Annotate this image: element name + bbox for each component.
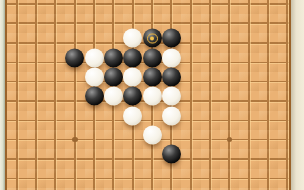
intersection[interactable] — [104, 169, 123, 188]
intersection[interactable] — [27, 14, 46, 33]
intersection[interactable] — [239, 188, 258, 190]
intersection[interactable] — [181, 111, 200, 130]
intersection[interactable] — [27, 72, 46, 91]
intersection[interactable] — [143, 0, 162, 14]
black-stone — [143, 29, 162, 48]
intersection[interactable] — [143, 149, 162, 168]
intersection[interactable] — [123, 188, 142, 190]
intersection[interactable] — [104, 130, 123, 149]
black-stone — [162, 145, 181, 164]
intersection[interactable] — [220, 33, 239, 52]
intersection[interactable] — [85, 130, 104, 149]
black-stone — [143, 48, 162, 67]
gomoku-board-screenshot — [0, 0, 304, 190]
black-stone — [85, 87, 104, 106]
intersection[interactable] — [278, 188, 291, 190]
table-background-left — [0, 0, 5, 190]
intersection[interactable] — [201, 72, 220, 91]
intersection[interactable] — [104, 188, 123, 190]
intersection[interactable] — [239, 14, 258, 33]
black-stone — [162, 29, 181, 48]
intersection[interactable] — [85, 149, 104, 168]
intersection[interactable] — [65, 111, 84, 130]
intersection[interactable] — [7, 130, 26, 149]
intersection[interactable] — [162, 188, 181, 190]
intersection[interactable] — [220, 0, 239, 14]
intersection[interactable] — [181, 0, 200, 14]
intersection[interactable] — [143, 188, 162, 190]
intersection[interactable] — [7, 72, 26, 91]
board-grid — [7, 0, 291, 190]
intersection[interactable] — [104, 111, 123, 130]
intersection[interactable] — [259, 130, 278, 149]
intersection[interactable] — [278, 72, 291, 91]
intersection[interactable] — [85, 188, 104, 190]
intersection[interactable] — [181, 33, 200, 52]
intersection[interactable] — [201, 149, 220, 168]
intersection[interactable] — [46, 130, 65, 149]
intersection[interactable] — [65, 149, 84, 168]
white-stone — [85, 68, 104, 87]
intersection[interactable] — [65, 72, 84, 91]
intersection[interactable] — [46, 72, 65, 91]
intersection[interactable] — [181, 169, 200, 188]
intersection[interactable] — [278, 14, 291, 33]
black-stone — [162, 68, 181, 87]
intersection[interactable] — [220, 72, 239, 91]
intersection[interactable] — [181, 149, 200, 168]
intersection[interactable] — [239, 130, 258, 149]
black-stone — [143, 68, 162, 87]
white-stone — [143, 126, 162, 145]
intersection[interactable] — [181, 130, 200, 149]
intersection[interactable] — [239, 0, 258, 14]
intersection[interactable] — [104, 0, 123, 14]
intersection[interactable] — [46, 91, 65, 110]
intersection[interactable] — [239, 72, 258, 91]
intersection[interactable] — [46, 33, 65, 52]
intersection[interactable] — [46, 53, 65, 72]
white-stone — [162, 87, 181, 106]
intersection[interactable] — [239, 33, 258, 52]
intersection[interactable] — [220, 111, 239, 130]
intersection[interactable] — [278, 33, 291, 52]
intersection[interactable] — [27, 53, 46, 72]
intersection[interactable] — [27, 130, 46, 149]
intersection[interactable] — [46, 169, 65, 188]
intersection[interactable] — [7, 33, 26, 52]
intersection[interactable] — [259, 53, 278, 72]
white-stone — [162, 106, 181, 125]
intersection[interactable] — [7, 169, 26, 188]
intersection[interactable] — [85, 111, 104, 130]
intersection[interactable] — [27, 188, 46, 190]
black-stone — [104, 68, 123, 87]
intersection[interactable] — [259, 91, 278, 110]
intersection[interactable] — [7, 111, 26, 130]
intersection[interactable] — [27, 91, 46, 110]
intersection[interactable] — [7, 91, 26, 110]
intersection[interactable] — [239, 111, 258, 130]
intersection[interactable] — [201, 33, 220, 52]
intersection[interactable] — [220, 53, 239, 72]
intersection[interactable] — [104, 149, 123, 168]
intersection[interactable] — [143, 169, 162, 188]
intersection[interactable] — [239, 91, 258, 110]
star-point — [72, 137, 78, 143]
white-stone — [123, 106, 142, 125]
intersection[interactable] — [65, 0, 84, 14]
intersection[interactable] — [7, 53, 26, 72]
intersection[interactable] — [278, 130, 291, 149]
intersection[interactable] — [239, 169, 258, 188]
intersection[interactable] — [7, 0, 26, 14]
intersection[interactable] — [278, 91, 291, 110]
black-stone — [123, 87, 142, 106]
intersection[interactable] — [123, 149, 142, 168]
intersection[interactable] — [27, 169, 46, 188]
black-stone — [123, 48, 142, 67]
intersection[interactable] — [7, 188, 26, 190]
intersection[interactable] — [7, 14, 26, 33]
black-stone — [65, 48, 84, 67]
intersection[interactable] — [201, 14, 220, 33]
intersection[interactable] — [220, 169, 239, 188]
intersection[interactable] — [85, 14, 104, 33]
intersection[interactable] — [220, 14, 239, 33]
white-stone — [123, 29, 142, 48]
intersection[interactable] — [278, 53, 291, 72]
intersection[interactable] — [46, 14, 65, 33]
black-stone — [104, 48, 123, 67]
intersection[interactable] — [46, 111, 65, 130]
white-stone — [85, 48, 104, 67]
intersection[interactable] — [201, 0, 220, 14]
intersection[interactable] — [181, 188, 200, 190]
intersection[interactable] — [104, 14, 123, 33]
intersection[interactable] — [27, 0, 46, 14]
intersection[interactable] — [46, 188, 65, 190]
intersection[interactable] — [85, 169, 104, 188]
intersection[interactable] — [181, 14, 200, 33]
intersection[interactable] — [278, 149, 291, 168]
intersection[interactable] — [201, 188, 220, 190]
intersection[interactable] — [162, 0, 181, 14]
intersection[interactable] — [46, 0, 65, 14]
intersection[interactable] — [278, 111, 291, 130]
intersection[interactable] — [27, 33, 46, 52]
intersection[interactable] — [7, 149, 26, 168]
white-stone — [162, 48, 181, 67]
intersection[interactable] — [278, 169, 291, 188]
intersection[interactable] — [181, 72, 200, 91]
intersection[interactable] — [181, 53, 200, 72]
white-stone — [104, 87, 123, 106]
white-stone — [123, 68, 142, 87]
intersection[interactable] — [239, 149, 258, 168]
intersection[interactable] — [27, 111, 46, 130]
intersection[interactable] — [259, 149, 278, 168]
intersection[interactable] — [65, 14, 84, 33]
intersection[interactable] — [123, 130, 142, 149]
intersection[interactable] — [65, 188, 84, 190]
intersection[interactable] — [65, 91, 84, 110]
white-stone — [143, 87, 162, 106]
intersection[interactable] — [278, 0, 291, 14]
intersection[interactable] — [201, 53, 220, 72]
intersection[interactable] — [65, 169, 84, 188]
intersection[interactable] — [162, 169, 181, 188]
intersection[interactable] — [85, 0, 104, 14]
intersection[interactable] — [259, 72, 278, 91]
intersection[interactable] — [259, 0, 278, 14]
intersection[interactable] — [220, 91, 239, 110]
table-background-right — [291, 0, 304, 190]
intersection[interactable] — [123, 169, 142, 188]
intersection[interactable] — [259, 188, 278, 190]
intersection[interactable] — [220, 149, 239, 168]
intersection[interactable] — [201, 91, 220, 110]
intersection[interactable] — [239, 53, 258, 72]
intersection[interactable] — [259, 33, 278, 52]
last-move-marker-dot — [150, 36, 154, 40]
intersection[interactable] — [27, 149, 46, 168]
intersection[interactable] — [201, 130, 220, 149]
intersection[interactable] — [123, 0, 142, 14]
intersection[interactable] — [201, 111, 220, 130]
gomoku-board — [5, 0, 291, 190]
intersection[interactable] — [259, 14, 278, 33]
intersection[interactable] — [220, 188, 239, 190]
intersection[interactable] — [46, 149, 65, 168]
intersection[interactable] — [201, 169, 220, 188]
intersection[interactable] — [259, 111, 278, 130]
intersection[interactable] — [181, 91, 200, 110]
intersection[interactable] — [259, 169, 278, 188]
